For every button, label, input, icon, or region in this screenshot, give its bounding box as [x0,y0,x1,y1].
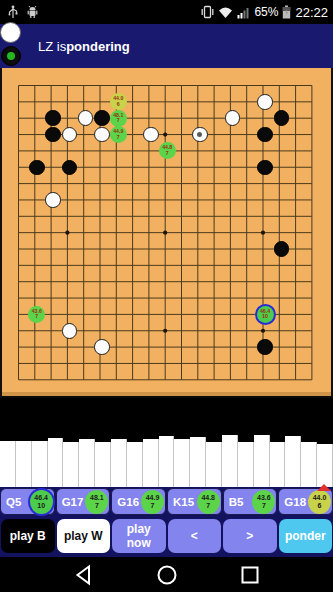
candidate-move-Q5[interactable]: 46.410 [257,306,274,323]
candidate-move-row: Q546.410G1748.17G1644.97K1544.87B543.67G… [0,487,333,516]
winrate-badge: 43.67 [252,490,275,514]
winrate-badge: 44.87 [197,490,220,514]
white-stone-F3 [94,339,110,355]
winrate-badge: 44.97 [141,490,164,514]
white-stone-F16 [94,127,110,143]
winrate-badge: 44.06 [308,490,331,514]
winrate-bar [79,439,95,487]
status-message: LZ is pondering [38,24,130,68]
star-point [163,132,167,136]
winrate-badge: 48.17 [85,490,108,514]
winrate-bar [174,439,190,487]
white-stone-C12 [45,192,61,208]
action-button-play-B[interactable]: play B [1,519,55,553]
star-point [65,231,69,235]
move-coord: Q5 [6,496,21,508]
winrate-bar [16,441,32,487]
star-point [261,231,265,235]
recents-button[interactable] [240,564,260,586]
black-stone-R9 [274,241,290,257]
winrate-bar [32,441,48,487]
candidate-move-G17[interactable]: 48.17 [110,110,127,127]
winrate-bar [270,442,286,487]
black-stone-Q14 [257,160,273,176]
black-stone-Q3 [257,339,273,355]
to-move-dot [7,52,15,60]
winrate-bar [0,441,16,487]
winrate-bar [222,435,238,487]
winrate-bar [190,437,206,487]
move-coord: G16 [117,496,139,508]
clock: 22:22 [295,5,328,20]
status-right: 65% 22:22 [201,5,333,20]
black-player-indicator[interactable] [1,46,21,66]
status-message-bold: pondering [66,39,130,54]
vibrate-icon [201,5,214,19]
move-button-G17[interactable]: G1748.17 [56,488,111,515]
white-stone-D4 [62,323,78,339]
move-button-Q5[interactable]: Q546.410 [0,488,55,515]
action-button-play-W[interactable]: play W [57,519,111,553]
go-board[interactable]: 46.41048.1744.9744.8743.6744.06 [0,68,333,398]
black-stone-C16 [45,127,61,143]
usb-icon [8,5,18,19]
black-stone-R17 [274,110,290,126]
back-button[interactable] [74,564,94,586]
move-coord: B5 [229,496,244,508]
android-icon [26,5,39,19]
winrate-bar [63,442,79,487]
white-stone-Q18 [257,94,273,110]
winrate-bar [317,444,333,487]
black-stone-Q16 [257,127,273,143]
white-stone-J16 [143,127,159,143]
action-button-prev[interactable]: < [168,519,222,553]
current-move-marker [317,484,331,491]
winrate-bar [127,442,143,487]
android-nav-bar [0,557,333,592]
white-stone-O17 [225,110,241,126]
winrate-bar [285,436,301,487]
black-stone-D14 [62,160,78,176]
star-point [261,329,265,333]
move-button-G18[interactable]: G1844.06 [278,488,333,515]
black-stone-C17 [45,110,61,126]
star-point [163,231,167,235]
action-button-ponder[interactable]: ponder [279,519,333,553]
phone-screen: 65% 22:22 LZ is pondering 46.41048.1744.… [0,0,333,592]
star-point [163,329,167,333]
winrate-graph[interactable] [0,398,333,487]
winrate-bar [48,438,64,487]
black-stone-F17 [94,110,110,126]
action-button-row: play Bplay Wplay now<>ponder [0,516,333,557]
winrate-bar [254,435,270,488]
white-player-indicator[interactable] [0,22,21,43]
winrate-bar [143,439,159,487]
candidate-move-K15[interactable]: 44.87 [159,142,176,159]
signal-icon [237,6,250,19]
status-bar: 65% 22:22 [0,0,333,24]
winrate-bars [0,398,333,487]
move-coord: G17 [62,496,84,508]
black-stone-B14 [29,160,45,176]
winrate-bar [238,442,254,487]
winrate-bar [111,439,127,487]
winrate-bar [301,442,317,487]
winrate-bar [159,436,175,487]
move-coord: K15 [173,496,194,508]
app-bar: LZ is pondering [0,24,333,68]
move-button-G16[interactable]: G1644.97 [111,488,166,515]
move-button-B5[interactable]: B543.67 [223,488,278,515]
action-button-play-now[interactable]: play now [112,519,166,553]
wifi-icon [218,6,233,19]
winrate-badge: 46.410 [30,490,53,514]
battery-percent: 65% [254,5,278,19]
status-left [0,5,39,19]
winrate-bar [95,442,111,487]
action-button-next[interactable]: > [223,519,277,553]
home-button[interactable] [156,564,178,586]
winrate-bar [206,442,222,487]
move-button-K15[interactable]: K1544.87 [167,488,222,515]
move-coord: G18 [284,496,306,508]
battery-icon [282,5,291,19]
candidate-move-G16[interactable]: 44.97 [110,126,127,143]
status-message-prefix: LZ is [38,39,66,54]
